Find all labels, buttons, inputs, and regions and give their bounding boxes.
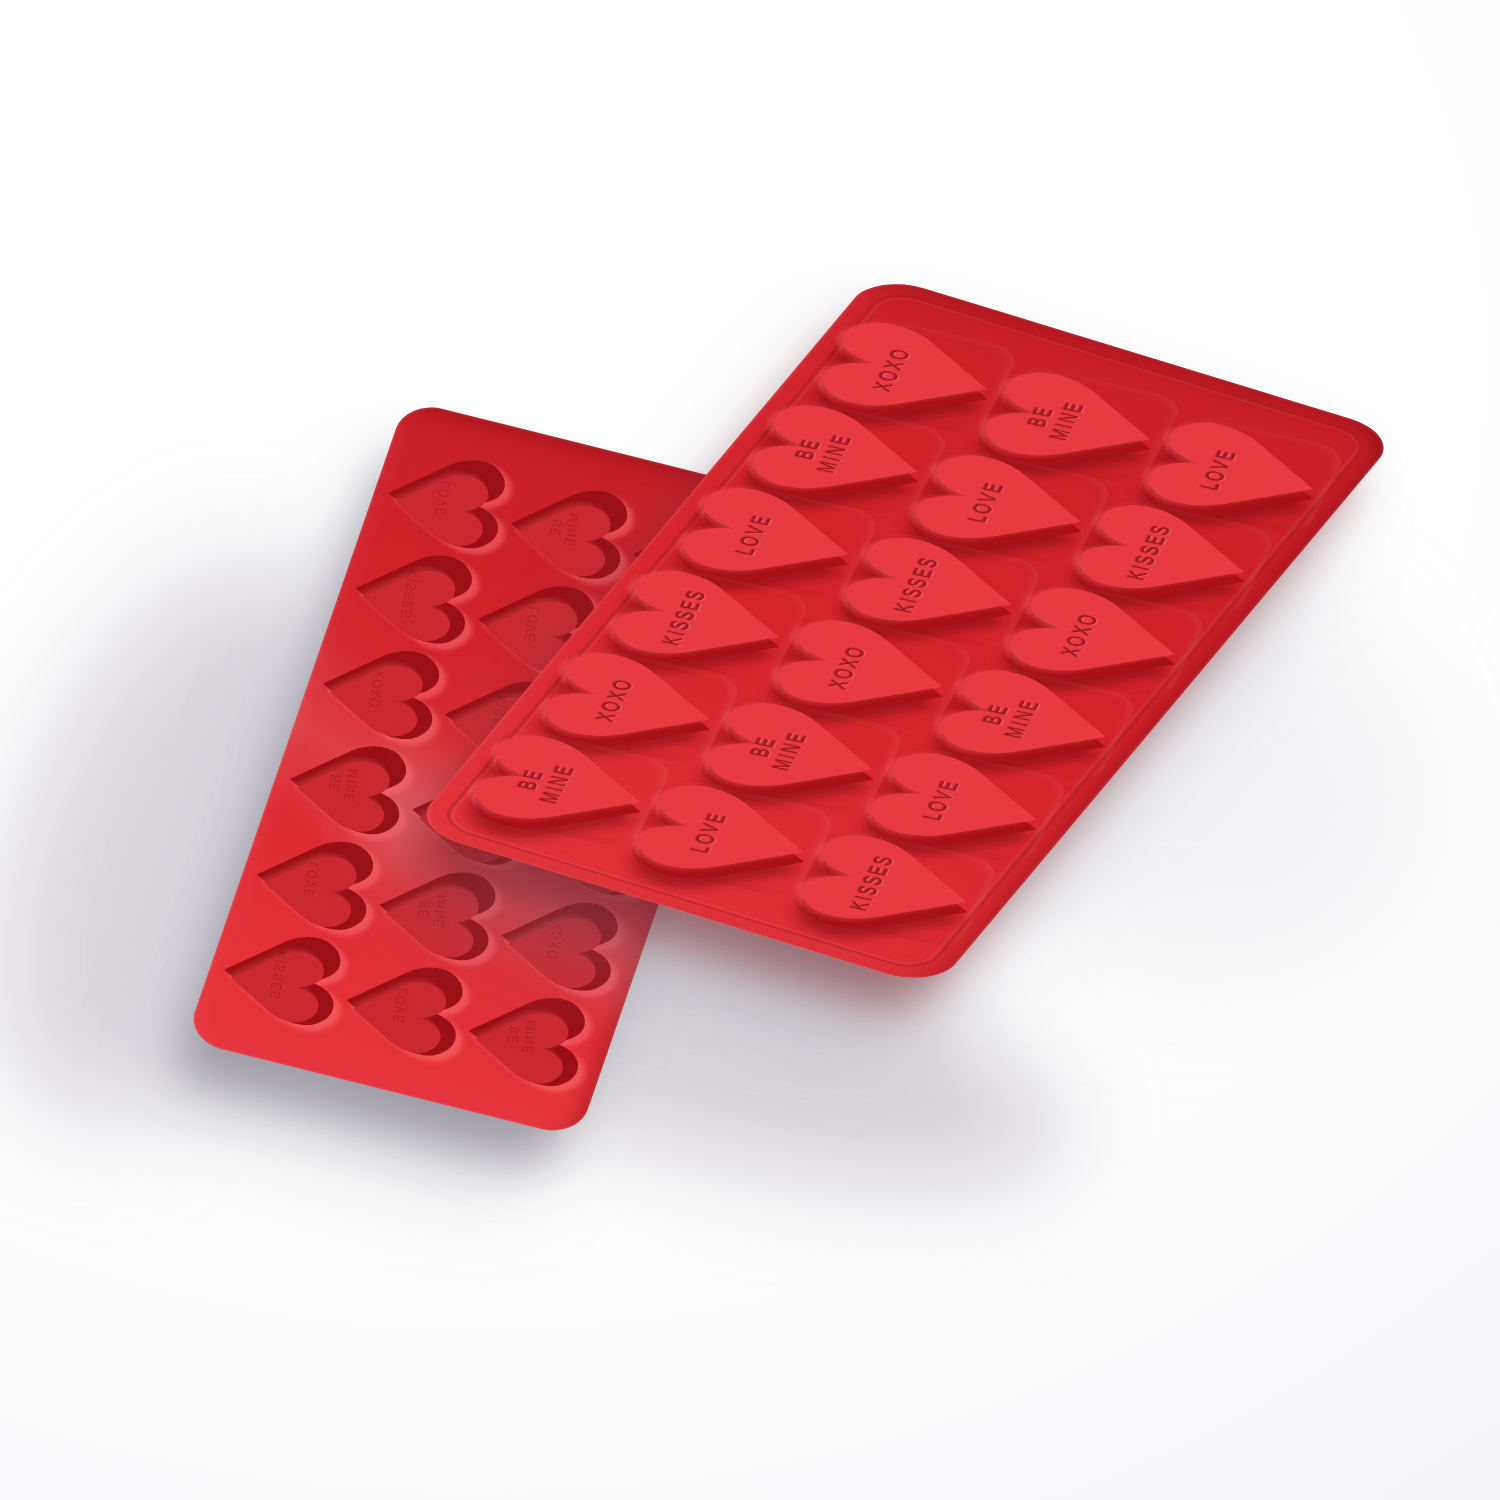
- cavity-word: XOXO: [363, 650, 391, 730]
- cavity-word: KISSES: [264, 936, 292, 1016]
- cavity-word: KISSES: [396, 554, 424, 634]
- cavity-word: BE MINE: [325, 766, 363, 804]
- heart-cavity: ♥♥♥BE MINE: [456, 976, 607, 1100]
- product-photo: ♥♥♥LOVE♥♥♥BE MINE♥♥♥XOXO♥♥♥KISSES♥♥♥LOVE…: [0, 0, 1500, 1500]
- cavity-word: BE MINE: [545, 510, 583, 548]
- cavity-word: BE MINE: [414, 892, 452, 930]
- cavity-word: XOXO: [542, 901, 570, 981]
- cavity-word: LOVE: [518, 585, 546, 665]
- cavity-word: LOVE: [297, 840, 325, 920]
- cavity-word: BE MINE: [503, 1017, 541, 1055]
- cavity-word: LOVE: [386, 966, 414, 1046]
- cavity-word: LOVE: [429, 459, 457, 539]
